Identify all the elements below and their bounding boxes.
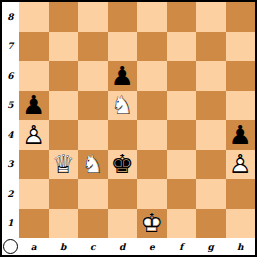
file-label-d: d [108, 238, 138, 255]
rank-label-2: 2 [2, 179, 19, 209]
white-knight-fill: ♞ [108, 91, 138, 121]
square-a4[interactable]: ♟♙ [19, 120, 49, 150]
file-label-b: b [49, 238, 79, 255]
white-knight-fill: ♞ [78, 150, 108, 180]
square-b1[interactable] [49, 209, 79, 239]
white-queen-fill: ♛ [49, 150, 79, 180]
square-c1[interactable] [78, 209, 108, 239]
square-f7[interactable] [167, 32, 197, 62]
square-b3[interactable]: ♛♕ [49, 150, 79, 180]
square-f5[interactable] [167, 91, 197, 121]
white-king-fill: ♚ [137, 209, 167, 239]
black-king[interactable]: ♚ [108, 150, 138, 180]
square-c6[interactable] [78, 61, 108, 91]
square-g3[interactable] [196, 150, 226, 180]
black-pawn[interactable]: ♟ [19, 91, 49, 121]
square-h8[interactable] [226, 2, 256, 32]
square-c8[interactable] [78, 2, 108, 32]
white-pawn[interactable]: ♙ [19, 120, 49, 150]
square-a2[interactable] [19, 179, 49, 209]
square-g5[interactable] [196, 91, 226, 121]
white-knight[interactable]: ♘ [78, 150, 108, 180]
square-a8[interactable] [19, 2, 49, 32]
square-b4[interactable] [49, 120, 79, 150]
rank-label-1: 1 [2, 209, 19, 239]
square-h5[interactable] [226, 91, 256, 121]
square-d5[interactable]: ♞♘ [108, 91, 138, 121]
square-f3[interactable] [167, 150, 197, 180]
square-e1[interactable]: ♚♔ [137, 209, 167, 239]
square-b2[interactable] [49, 179, 79, 209]
square-g2[interactable] [196, 179, 226, 209]
square-g1[interactable] [196, 209, 226, 239]
square-f4[interactable] [167, 120, 197, 150]
square-d4[interactable] [108, 120, 138, 150]
square-c5[interactable] [78, 91, 108, 121]
file-label-h: h [226, 238, 256, 255]
white-king[interactable]: ♔ [137, 209, 167, 239]
chess-board: 876♟5♟♞♘4♟♙♟3♛♕♞♘♚♟♙21♚♔abcdefgh [2, 2, 255, 255]
square-g8[interactable] [196, 2, 226, 32]
square-h3[interactable]: ♟♙ [226, 150, 256, 180]
square-d6[interactable]: ♟ [108, 61, 138, 91]
square-e3[interactable] [137, 150, 167, 180]
square-a3[interactable] [19, 150, 49, 180]
file-label-a: a [19, 238, 49, 255]
chess-diagram: 876♟5♟♞♘4♟♙♟3♛♕♞♘♚♟♙21♚♔abcdefgh [0, 0, 257, 257]
rank-label-7: 7 [2, 32, 19, 62]
rank-label-6: 6 [2, 61, 19, 91]
white-knight[interactable]: ♘ [108, 91, 138, 121]
square-h4[interactable]: ♟ [226, 120, 256, 150]
square-c2[interactable] [78, 179, 108, 209]
square-f2[interactable] [167, 179, 197, 209]
square-a5[interactable]: ♟ [19, 91, 49, 121]
square-e7[interactable] [137, 32, 167, 62]
white-pawn-fill: ♟ [19, 120, 49, 150]
square-b8[interactable] [49, 2, 79, 32]
white-queen[interactable]: ♕ [49, 150, 79, 180]
file-label-c: c [78, 238, 108, 255]
side-to-move-indicator [3, 239, 18, 254]
square-a1[interactable] [19, 209, 49, 239]
square-c7[interactable] [78, 32, 108, 62]
square-d8[interactable] [108, 2, 138, 32]
square-f1[interactable] [167, 209, 197, 239]
square-b7[interactable] [49, 32, 79, 62]
square-f8[interactable] [167, 2, 197, 32]
square-e2[interactable] [137, 179, 167, 209]
square-e6[interactable] [137, 61, 167, 91]
file-label-f: f [167, 238, 197, 255]
square-d7[interactable] [108, 32, 138, 62]
square-d1[interactable] [108, 209, 138, 239]
file-label-e: e [137, 238, 167, 255]
square-c3[interactable]: ♞♘ [78, 150, 108, 180]
square-g4[interactable] [196, 120, 226, 150]
file-label-g: g [196, 238, 226, 255]
black-pawn[interactable]: ♟ [226, 120, 256, 150]
square-a7[interactable] [19, 32, 49, 62]
square-a6[interactable] [19, 61, 49, 91]
square-h2[interactable] [226, 179, 256, 209]
square-c4[interactable] [78, 120, 108, 150]
square-e4[interactable] [137, 120, 167, 150]
square-e5[interactable] [137, 91, 167, 121]
board-corner [2, 238, 19, 255]
rank-label-3: 3 [2, 150, 19, 180]
square-g6[interactable] [196, 61, 226, 91]
square-h6[interactable] [226, 61, 256, 91]
white-pawn[interactable]: ♙ [226, 150, 256, 180]
square-e8[interactable] [137, 2, 167, 32]
square-b5[interactable] [49, 91, 79, 121]
rank-label-5: 5 [2, 91, 19, 121]
square-d2[interactable] [108, 179, 138, 209]
square-g7[interactable] [196, 32, 226, 62]
square-h7[interactable] [226, 32, 256, 62]
square-h1[interactable] [226, 209, 256, 239]
square-d3[interactable]: ♚ [108, 150, 138, 180]
black-pawn[interactable]: ♟ [108, 61, 138, 91]
white-pawn-fill: ♟ [226, 150, 256, 180]
rank-label-4: 4 [2, 120, 19, 150]
square-f6[interactable] [167, 61, 197, 91]
square-b6[interactable] [49, 61, 79, 91]
rank-label-8: 8 [2, 2, 19, 32]
